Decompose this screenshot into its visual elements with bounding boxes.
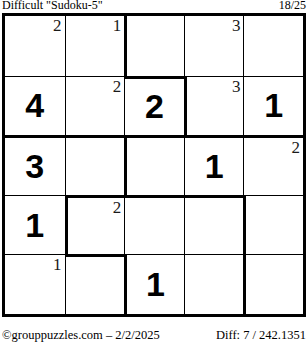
cell-r2c5[interactable]: 1 [243,76,303,136]
cell-r1c1[interactable]: 2 [5,16,65,76]
puzzle-header: Difficult "Sudoku-5" 18/25 [2,0,306,12]
corner-mark: 1 [113,17,122,34]
cell-r5c1[interactable]: 1 [5,254,65,314]
given-number: 4 [5,77,65,136]
cell-r5c2[interactable] [65,254,125,314]
cell-r5c4[interactable] [184,254,244,314]
sudoku-board: 213422313121211 [2,13,306,317]
cell-r3c1[interactable]: 3 [5,135,65,195]
cell-r5c5[interactable] [243,254,303,314]
cell-r4c2[interactable]: 2 [65,195,125,255]
cell-r3c3[interactable] [124,135,184,195]
corner-mark: 1 [53,256,62,273]
cell-r3c5[interactable]: 2 [243,135,303,195]
given-number: 2 [125,79,184,136]
cell-r3c4[interactable]: 1 [184,135,244,195]
corner-mark: 2 [113,199,122,216]
cell-r1c2[interactable]: 1 [65,16,125,76]
cell-r2c1[interactable]: 4 [5,76,65,136]
corner-mark: 3 [232,78,241,95]
cell-r1c4[interactable]: 3 [184,16,244,76]
cell-r4c1[interactable]: 1 [5,195,65,255]
given-number: 1 [127,255,184,314]
cell-r4c4[interactable] [184,195,244,255]
cell-r1c3[interactable] [124,16,184,76]
given-number: 1 [5,196,65,255]
cell-r5c3[interactable]: 1 [124,254,184,314]
corner-mark: 2 [113,78,122,95]
corner-mark: 2 [291,139,300,156]
puzzle-counter: 18/25 [279,0,306,12]
puzzle-page: Difficult "Sudoku-5" 18/25 2134223131212… [0,0,308,343]
given-number: 1 [185,138,244,195]
puzzle-title: Difficult "Sudoku-5" [2,0,103,12]
difficulty-rating: Diff: 7 / 242.1351 [216,328,306,342]
cell-r3c2[interactable] [65,135,125,195]
given-number: 1 [244,77,303,136]
corner-mark: 2 [53,17,62,34]
copyright-date: ©grouppuzzles.com – 2/2/2025 [2,328,160,342]
given-number: 3 [5,138,65,195]
cell-r2c4[interactable]: 3 [184,76,244,136]
cell-r1c5[interactable] [243,16,303,76]
cell-r4c5[interactable] [243,195,303,255]
cell-r2c3[interactable]: 2 [124,76,184,136]
puzzle-footer: ©grouppuzzles.com – 2/2/2025 Diff: 7 / 2… [2,326,306,342]
corner-mark: 3 [232,17,241,34]
cell-r2c2[interactable]: 2 [65,76,125,136]
cell-r4c3[interactable] [124,195,184,255]
